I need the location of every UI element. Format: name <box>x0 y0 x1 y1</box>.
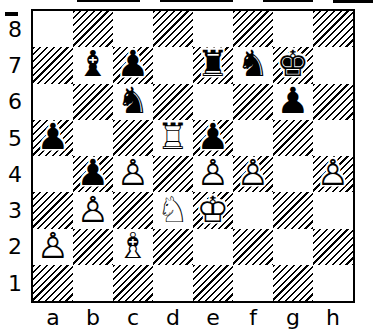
rank-label-7: 7 <box>2 47 28 83</box>
rank-label-1: 1 <box>2 265 28 301</box>
file-label-d: d <box>153 302 193 332</box>
black-bishop[interactable]: ♝♝ <box>73 47 113 83</box>
piece-glyph: ♞ <box>117 82 149 118</box>
file-label-g: g <box>273 302 313 332</box>
file-label-c: c <box>113 302 153 332</box>
square-b2[interactable] <box>73 229 113 265</box>
square-h7[interactable] <box>313 47 353 83</box>
square-h2[interactable] <box>313 229 353 265</box>
square-f8[interactable] <box>233 11 273 47</box>
piece-glyph: ♗ <box>117 227 149 263</box>
square-c3[interactable] <box>113 192 153 228</box>
square-d8[interactable] <box>153 11 193 47</box>
crop-artifact <box>263 0 313 2</box>
square-e6[interactable] <box>193 84 233 120</box>
rank-label-3: 3 <box>2 192 28 228</box>
file-label-a: a <box>33 302 73 332</box>
white-pawn[interactable]: ♟♙ <box>233 156 273 192</box>
square-g7[interactable]: ♚♚ <box>273 47 313 83</box>
rank-label-2: 2 <box>2 229 28 265</box>
square-f3[interactable] <box>233 192 273 228</box>
piece-glyph: ♙ <box>117 155 149 191</box>
square-g1[interactable] <box>273 265 313 301</box>
chess-board: ♝♝♟♟♜♜♞♞♚♚♞♞♟♟♟♟♜♖♟♟♟♟♟♙♟♙♟♙♟♙♟♙♞♘♚♔♟♙♝♗ <box>31 9 355 303</box>
square-h3[interactable] <box>313 192 353 228</box>
rank-label-6: 6 <box>2 84 28 120</box>
white-knight[interactable]: ♞♘ <box>153 192 193 228</box>
square-e2[interactable] <box>193 229 233 265</box>
piece-glyph: ♝ <box>77 46 109 82</box>
square-d3[interactable]: ♞♘ <box>153 192 193 228</box>
piece-glyph: ♚ <box>277 46 309 82</box>
square-b4[interactable]: ♟♟ <box>73 156 113 192</box>
square-c5[interactable] <box>113 120 153 156</box>
square-c4[interactable]: ♟♙ <box>113 156 153 192</box>
square-a1[interactable] <box>33 265 73 301</box>
square-e3[interactable]: ♚♔ <box>193 192 233 228</box>
square-d2[interactable] <box>153 229 193 265</box>
square-c7[interactable]: ♟♟ <box>113 47 153 83</box>
file-label-b: b <box>73 302 113 332</box>
square-b7[interactable]: ♝♝ <box>73 47 113 83</box>
square-f4[interactable]: ♟♙ <box>233 156 273 192</box>
chess-diagram: 87654321 ♝♝♟♟♜♜♞♞♚♚♞♞♟♟♟♟♜♖♟♟♟♟♟♙♟♙♟♙♟♙♟… <box>0 0 376 335</box>
square-c1[interactable] <box>113 265 153 301</box>
square-b3[interactable]: ♟♙ <box>73 192 113 228</box>
rank-label-8: 8 <box>2 11 28 47</box>
square-a5[interactable]: ♟♟ <box>33 120 73 156</box>
square-f1[interactable] <box>233 265 273 301</box>
piece-glyph: ♘ <box>157 191 189 227</box>
black-knight[interactable]: ♞♞ <box>113 84 153 120</box>
square-e1[interactable] <box>193 265 233 301</box>
crop-artifact <box>160 0 233 2</box>
piece-glyph: ♙ <box>37 227 69 263</box>
file-labels: abcdefgh <box>33 302 353 332</box>
square-e4[interactable]: ♟♙ <box>193 156 233 192</box>
rank-label-5: 5 <box>2 120 28 156</box>
square-h4[interactable]: ♟♙ <box>313 156 353 192</box>
file-label-h: h <box>313 302 353 332</box>
square-b6[interactable] <box>73 84 113 120</box>
piece-glyph: ♜ <box>197 46 229 82</box>
square-a8[interactable] <box>33 11 73 47</box>
piece-glyph: ♙ <box>237 155 269 191</box>
black-king[interactable]: ♚♚ <box>273 47 313 83</box>
square-h8[interactable] <box>313 11 353 47</box>
square-g4[interactable] <box>273 156 313 192</box>
square-e7[interactable]: ♜♜ <box>193 47 233 83</box>
square-b5[interactable] <box>73 120 113 156</box>
white-pawn[interactable]: ♟♙ <box>113 156 153 192</box>
piece-glyph: ♟ <box>277 82 309 118</box>
square-a4[interactable] <box>33 156 73 192</box>
square-g6[interactable]: ♟♟ <box>273 84 313 120</box>
black-pawn[interactable]: ♟♟ <box>273 84 313 120</box>
square-g8[interactable] <box>273 11 313 47</box>
black-pawn[interactable]: ♟♟ <box>193 120 233 156</box>
square-e8[interactable] <box>193 11 233 47</box>
piece-glyph: ♟ <box>117 46 149 82</box>
square-c2[interactable]: ♝♗ <box>113 229 153 265</box>
square-g5[interactable] <box>273 120 313 156</box>
square-g3[interactable] <box>273 192 313 228</box>
square-a7[interactable] <box>33 47 73 83</box>
square-a3[interactable] <box>33 192 73 228</box>
file-label-f: f <box>233 302 273 332</box>
square-d6[interactable] <box>153 84 193 120</box>
square-d1[interactable] <box>153 265 193 301</box>
piece-glyph: ♟ <box>77 155 109 191</box>
square-e5[interactable]: ♟♟ <box>193 120 233 156</box>
square-c8[interactable] <box>113 11 153 47</box>
square-d7[interactable] <box>153 47 193 83</box>
square-h1[interactable] <box>313 265 353 301</box>
black-pawn[interactable]: ♟♟ <box>113 47 153 83</box>
square-b1[interactable] <box>73 265 113 301</box>
square-h6[interactable] <box>313 84 353 120</box>
rank-label-4: 4 <box>2 156 28 192</box>
white-rook[interactable]: ♜♖ <box>153 120 193 156</box>
piece-glyph: ♟ <box>197 119 229 155</box>
square-d4[interactable] <box>153 156 193 192</box>
square-d5[interactable]: ♜♖ <box>153 120 193 156</box>
white-pawn[interactable]: ♟♙ <box>193 156 233 192</box>
square-f7[interactable]: ♞♞ <box>233 47 273 83</box>
square-f5[interactable] <box>233 120 273 156</box>
white-pawn[interactable]: ♟♙ <box>33 229 73 265</box>
piece-glyph: ♔ <box>197 191 229 227</box>
piece-glyph: ♞ <box>237 46 269 82</box>
white-pawn[interactable]: ♟♙ <box>73 192 113 228</box>
black-pawn[interactable]: ♟♟ <box>33 120 73 156</box>
square-b8[interactable] <box>73 11 113 47</box>
piece-glyph: ♟ <box>37 119 69 155</box>
square-f6[interactable] <box>233 84 273 120</box>
square-a2[interactable]: ♟♙ <box>33 229 73 265</box>
file-label-e: e <box>193 302 233 332</box>
square-h5[interactable] <box>313 120 353 156</box>
piece-glyph: ♙ <box>317 155 349 191</box>
rank-labels: 87654321 <box>2 11 28 301</box>
crop-artifact <box>77 0 140 2</box>
square-c6[interactable]: ♞♞ <box>113 84 153 120</box>
crop-artifact <box>333 0 373 3</box>
white-bishop[interactable]: ♝♗ <box>113 229 153 265</box>
white-king[interactable]: ♚♔ <box>193 192 233 228</box>
piece-glyph: ♙ <box>197 155 229 191</box>
square-f2[interactable] <box>233 229 273 265</box>
square-a6[interactable] <box>33 84 73 120</box>
black-rook[interactable]: ♜♜ <box>193 47 233 83</box>
square-g2[interactable] <box>273 229 313 265</box>
piece-glyph: ♖ <box>157 119 189 155</box>
black-pawn[interactable]: ♟♟ <box>73 156 113 192</box>
white-pawn[interactable]: ♟♙ <box>313 156 353 192</box>
piece-glyph: ♙ <box>77 191 109 227</box>
black-knight[interactable]: ♞♞ <box>233 47 273 83</box>
